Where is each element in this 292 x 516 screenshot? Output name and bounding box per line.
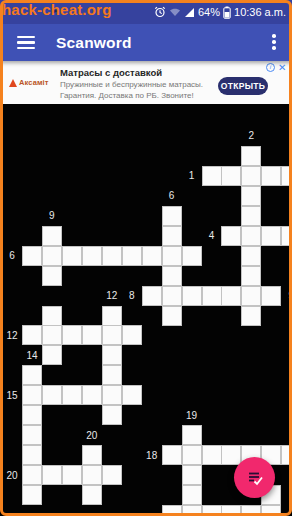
check-words-fab[interactable]: [234, 457, 275, 498]
clue-number: 12: [102, 286, 122, 306]
grid-cell[interactable]: [202, 166, 222, 186]
grid-cell[interactable]: [241, 166, 261, 186]
grid-cell[interactable]: [241, 186, 261, 206]
grid-cell[interactable]: [241, 306, 261, 326]
grid-cell[interactable]: [102, 365, 122, 385]
grid-cell[interactable]: [102, 405, 122, 425]
advertiser-name: Аксамiт: [19, 78, 49, 87]
grid-cell[interactable]: [102, 246, 122, 266]
ad-info-icon[interactable]: i: [266, 63, 275, 72]
grid-cell[interactable]: [22, 325, 42, 345]
grid-cell[interactable]: [122, 246, 142, 266]
grid-cell[interactable]: [102, 345, 122, 365]
overflow-menu-icon[interactable]: [266, 30, 282, 54]
grid-cell[interactable]: [241, 146, 261, 166]
advertiser-logo: Аксамiт: [9, 78, 49, 87]
grid-cell[interactable]: [221, 226, 241, 246]
grid-cell[interactable]: [241, 206, 261, 226]
phone-screen: ◔ ▸ 64% 10:36 a.m. Scanword: [0, 0, 292, 516]
ad-close-icon[interactable]: ✕: [278, 62, 286, 73]
grid-cell[interactable]: [102, 385, 122, 405]
alarm-icon: [154, 6, 166, 18]
status-time: 10:36 a.m.: [234, 6, 286, 18]
clue-number: 8: [122, 286, 142, 306]
grid-cell[interactable]: [42, 266, 62, 286]
clue-number: 6: [2, 246, 22, 266]
grid-cell[interactable]: [82, 325, 102, 345]
grid-cell[interactable]: [182, 485, 202, 505]
grid-cell[interactable]: [162, 306, 182, 326]
grid-cell[interactable]: [42, 345, 62, 365]
grid-cell[interactable]: [241, 266, 261, 286]
checklist-check-icon: [245, 469, 265, 487]
clue-number: 4: [202, 226, 222, 246]
grid-cell[interactable]: [261, 286, 281, 306]
grid-cell[interactable]: [42, 465, 62, 485]
battery-percent: 64%: [198, 6, 220, 18]
grid-cell[interactable]: [202, 505, 222, 516]
grid-cell[interactable]: [122, 385, 142, 405]
grid-cell[interactable]: [142, 286, 162, 306]
grid-cell[interactable]: [261, 166, 281, 186]
grid-cell[interactable]: [82, 445, 102, 465]
grid-cell[interactable]: [142, 246, 162, 266]
ad-open-button[interactable]: ОТКРЫТЬ: [218, 77, 268, 95]
ad-title: Матрасы с доставкой: [60, 67, 162, 78]
grid-cell[interactable]: [162, 286, 182, 306]
grid-cell[interactable]: [261, 505, 281, 516]
grid-cell[interactable]: [82, 385, 102, 405]
grid-cell[interactable]: [102, 325, 122, 345]
grid-cell[interactable]: [221, 286, 241, 306]
signal-icon: [184, 7, 195, 18]
grid-cell[interactable]: [162, 266, 182, 286]
grid-cell[interactable]: [22, 365, 42, 385]
ad-body-line1: Пружинные и беспружинные матрасы.: [60, 80, 203, 89]
grid-cell[interactable]: [82, 465, 102, 485]
clue-number: 2: [241, 126, 261, 146]
grid-cell[interactable]: [42, 246, 62, 266]
grid-cell[interactable]: [82, 485, 102, 505]
clue-number: 20: [2, 465, 22, 485]
grid-cell[interactable]: [102, 306, 122, 326]
clue-number: 12: [2, 325, 22, 345]
grid-cell[interactable]: [42, 226, 62, 246]
grid-cell[interactable]: [42, 385, 62, 405]
clue-number: 20: [82, 425, 102, 445]
grid-cell[interactable]: [241, 226, 261, 246]
clue-number: 6: [162, 186, 182, 206]
grid-cell[interactable]: [182, 286, 202, 306]
grid-cell[interactable]: [182, 465, 202, 485]
grid-cell[interactable]: [241, 505, 261, 516]
watermark-text: hack-cheat.org: [2, 1, 112, 18]
grid-cell[interactable]: [202, 445, 222, 465]
advertiser-logo-icon: [9, 79, 17, 87]
grid-cell[interactable]: [162, 206, 182, 226]
grid-cell[interactable]: [22, 445, 42, 465]
grid-cell[interactable]: [241, 246, 261, 266]
app-title: Scanword: [56, 34, 132, 52]
grid-cell[interactable]: [22, 425, 42, 445]
grid-cell[interactable]: [42, 306, 62, 326]
grid-cell[interactable]: [162, 226, 182, 246]
grid-cell[interactable]: [162, 246, 182, 266]
grid-cell[interactable]: [62, 385, 82, 405]
grid-cell[interactable]: [281, 166, 292, 186]
grid-cell[interactable]: [281, 226, 292, 246]
grid-cell[interactable]: [22, 385, 42, 405]
clue-number: 9: [281, 286, 292, 306]
grid-cell[interactable]: [22, 405, 42, 425]
grid-cell[interactable]: [202, 286, 222, 306]
grid-cell[interactable]: [22, 246, 42, 266]
grid-cell[interactable]: [62, 465, 82, 485]
grid-cell[interactable]: [182, 246, 202, 266]
grid-cell[interactable]: [261, 226, 281, 246]
grid-cell[interactable]: [122, 325, 142, 345]
grid-cell[interactable]: [102, 465, 122, 485]
app-bar: Scanword: [0, 24, 292, 61]
clue-number: 15: [2, 385, 22, 405]
grid-cell[interactable]: [221, 505, 241, 516]
wifi-dim-icon: [169, 6, 181, 18]
grid-cell[interactable]: [241, 286, 261, 306]
crossword-grid: 216946128912141519201820: [0, 104, 292, 516]
clue-number: 1: [182, 166, 202, 186]
battery-icon: [223, 6, 231, 19]
ad-body-line2: Гарантия. Доставка по РБ. Звоните!: [60, 91, 194, 100]
clue-number: 19: [182, 405, 202, 425]
grid-cell[interactable]: [221, 445, 241, 465]
clue-number: 14: [22, 345, 42, 365]
grid-cell[interactable]: [162, 445, 182, 465]
grid-cell[interactable]: [82, 246, 102, 266]
grid-cell[interactable]: [162, 505, 182, 516]
grid-cell[interactable]: [62, 325, 82, 345]
grid-cell[interactable]: [62, 246, 82, 266]
grid-cell[interactable]: [281, 445, 292, 465]
clue-number: 9: [42, 206, 62, 226]
ad-banner[interactable]: Аксамiт Матрасы с доставкой Пружинные и …: [0, 61, 292, 104]
grid-cell[interactable]: [182, 505, 202, 516]
menu-icon[interactable]: [17, 36, 35, 49]
clue-number: 18: [142, 445, 162, 465]
grid-cell[interactable]: [182, 445, 202, 465]
grid-cell[interactable]: [42, 325, 62, 345]
grid-cell[interactable]: [22, 485, 42, 505]
grid-cell[interactable]: [221, 166, 241, 186]
grid-cell[interactable]: [22, 465, 42, 485]
grid-cell[interactable]: [182, 425, 202, 445]
